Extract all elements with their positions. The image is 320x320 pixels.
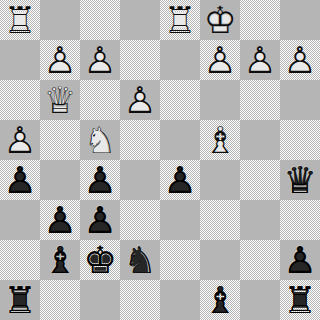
piece-white-pawn-a2[interactable]: ♟♙	[280, 40, 320, 80]
black-knight-outline-glyph: ♘	[120, 240, 160, 280]
square-h5[interactable]: ♟♙	[0, 160, 40, 200]
square-a6[interactable]	[280, 200, 320, 240]
square-e1[interactable]	[120, 0, 160, 40]
piece-white-pawn-g2[interactable]: ♟♙	[40, 40, 80, 80]
piece-white-king-c1[interactable]: ♚♔	[200, 0, 240, 40]
white-knight-fill-glyph: ♞	[80, 120, 120, 160]
square-g7[interactable]: ♝♗	[40, 240, 80, 280]
white-pawn-fill-glyph: ♟	[200, 40, 240, 80]
black-pawn-fill-glyph: ♟	[280, 240, 320, 280]
black-pawn-fill-glyph: ♟	[80, 160, 120, 200]
square-c4[interactable]: ♝♗	[200, 120, 240, 160]
square-h8[interactable]: ♜♖	[0, 280, 40, 320]
white-bishop-outline-glyph: ♗	[200, 120, 240, 160]
square-f2[interactable]: ♟♙	[80, 40, 120, 80]
white-knight-outline-glyph: ♘	[80, 120, 120, 160]
square-f1[interactable]	[80, 0, 120, 40]
square-c2[interactable]: ♟♙	[200, 40, 240, 80]
piece-white-queen-g3[interactable]: ♛♕	[40, 80, 80, 120]
white-rook-outline-glyph: ♖	[0, 0, 40, 40]
square-g6[interactable]: ♟♙	[40, 200, 80, 240]
square-f5[interactable]: ♟♙	[80, 160, 120, 200]
piece-black-pawn-f5[interactable]: ♟♙	[80, 160, 120, 200]
piece-black-pawn-h5[interactable]: ♟♙	[0, 160, 40, 200]
square-h3[interactable]	[0, 80, 40, 120]
square-a2[interactable]: ♟♙	[280, 40, 320, 80]
square-a5[interactable]: ♛♕	[280, 160, 320, 200]
piece-white-pawn-c2[interactable]: ♟♙	[200, 40, 240, 80]
square-c7[interactable]	[200, 240, 240, 280]
white-pawn-fill-glyph: ♟	[0, 120, 40, 160]
square-h2[interactable]	[0, 40, 40, 80]
piece-white-knight-f4[interactable]: ♞♘	[80, 120, 120, 160]
black-bishop-fill-glyph: ♝	[40, 240, 80, 280]
white-pawn-fill-glyph: ♟	[80, 40, 120, 80]
black-king-fill-glyph: ♚	[80, 240, 120, 280]
piece-white-pawn-e3[interactable]: ♟♙	[120, 80, 160, 120]
square-e3[interactable]: ♟♙	[120, 80, 160, 120]
piece-black-king-f7[interactable]: ♚♔	[80, 240, 120, 280]
square-e5[interactable]	[120, 160, 160, 200]
square-a1[interactable]	[280, 0, 320, 40]
square-g5[interactable]	[40, 160, 80, 200]
white-rook-outline-glyph: ♖	[160, 0, 200, 40]
white-rook-fill-glyph: ♜	[160, 0, 200, 40]
white-pawn-outline-glyph: ♙	[0, 120, 40, 160]
square-b3[interactable]	[240, 80, 280, 120]
piece-black-pawn-f6[interactable]: ♟♙	[80, 200, 120, 240]
square-h7[interactable]	[0, 240, 40, 280]
square-g3[interactable]: ♛♕	[40, 80, 80, 120]
black-queen-fill-glyph: ♛	[280, 160, 320, 200]
white-king-fill-glyph: ♚	[200, 0, 240, 40]
black-king-outline-glyph: ♔	[80, 240, 120, 280]
white-pawn-outline-glyph: ♙	[80, 40, 120, 80]
square-f3[interactable]	[80, 80, 120, 120]
white-pawn-outline-glyph: ♙	[40, 40, 80, 80]
square-b7[interactable]	[240, 240, 280, 280]
black-pawn-outline-glyph: ♙	[80, 160, 120, 200]
square-b6[interactable]	[240, 200, 280, 240]
square-b2[interactable]: ♟♙	[240, 40, 280, 80]
piece-white-rook-d1[interactable]: ♜♖	[160, 0, 200, 40]
square-b5[interactable]	[240, 160, 280, 200]
square-b1[interactable]	[240, 0, 280, 40]
piece-black-pawn-d5[interactable]: ♟♙	[160, 160, 200, 200]
piece-black-pawn-g6[interactable]: ♟♙	[40, 200, 80, 240]
white-pawn-outline-glyph: ♙	[120, 80, 160, 120]
white-queen-fill-glyph: ♛	[40, 80, 80, 120]
piece-black-pawn-a7[interactable]: ♟♙	[280, 240, 320, 280]
piece-black-bishop-g7[interactable]: ♝♗	[40, 240, 80, 280]
square-d1[interactable]: ♜♖	[160, 0, 200, 40]
black-knight-fill-glyph: ♞	[120, 240, 160, 280]
square-b4[interactable]	[240, 120, 280, 160]
piece-black-bishop-c8[interactable]: ♝♗	[200, 280, 240, 320]
square-f8[interactable]	[80, 280, 120, 320]
black-bishop-fill-glyph: ♝	[200, 280, 240, 320]
square-a7[interactable]: ♟♙	[280, 240, 320, 280]
white-pawn-fill-glyph: ♟	[240, 40, 280, 80]
square-g4[interactable]	[40, 120, 80, 160]
square-d8[interactable]	[160, 280, 200, 320]
square-e8[interactable]	[120, 280, 160, 320]
piece-black-queen-a5[interactable]: ♛♕	[280, 160, 320, 200]
piece-white-rook-h1[interactable]: ♜♖	[0, 0, 40, 40]
square-g8[interactable]	[40, 280, 80, 320]
square-f4[interactable]: ♞♘	[80, 120, 120, 160]
white-king-outline-glyph: ♔	[200, 0, 240, 40]
black-pawn-outline-glyph: ♙	[40, 200, 80, 240]
square-g2[interactable]: ♟♙	[40, 40, 80, 80]
black-bishop-outline-glyph: ♗	[200, 280, 240, 320]
square-c6[interactable]	[200, 200, 240, 240]
square-e4[interactable]	[120, 120, 160, 160]
black-rook-fill-glyph: ♜	[280, 280, 320, 320]
square-a3[interactable]	[280, 80, 320, 120]
black-queen-outline-glyph: ♕	[280, 160, 320, 200]
black-pawn-fill-glyph: ♟	[80, 200, 120, 240]
square-e7[interactable]: ♞♘	[120, 240, 160, 280]
white-pawn-outline-glyph: ♙	[200, 40, 240, 80]
piece-white-pawn-f2[interactable]: ♟♙	[80, 40, 120, 80]
black-bishop-outline-glyph: ♗	[40, 240, 80, 280]
square-d2[interactable]	[160, 40, 200, 80]
square-c1[interactable]: ♚♔	[200, 0, 240, 40]
white-pawn-fill-glyph: ♟	[40, 40, 80, 80]
piece-black-knight-e7[interactable]: ♞♘	[120, 240, 160, 280]
black-pawn-fill-glyph: ♟	[0, 160, 40, 200]
piece-white-pawn-b2[interactable]: ♟♙	[240, 40, 280, 80]
square-c5[interactable]	[200, 160, 240, 200]
black-pawn-fill-glyph: ♟	[40, 200, 80, 240]
square-f6[interactable]: ♟♙	[80, 200, 120, 240]
square-d5[interactable]: ♟♙	[160, 160, 200, 200]
white-pawn-fill-glyph: ♟	[280, 40, 320, 80]
white-queen-outline-glyph: ♕	[40, 80, 80, 120]
square-d4[interactable]	[160, 120, 200, 160]
black-pawn-fill-glyph: ♟	[160, 160, 200, 200]
black-rook-outline-glyph: ♖	[0, 280, 40, 320]
white-bishop-fill-glyph: ♝	[200, 120, 240, 160]
piece-black-rook-a8[interactable]: ♜♖	[280, 280, 320, 320]
black-pawn-outline-glyph: ♙	[80, 200, 120, 240]
square-a4[interactable]	[280, 120, 320, 160]
square-g1[interactable]	[40, 0, 80, 40]
chess-board: ♜♖♜♖♚♔♟♙♟♙♟♙♟♙♟♙♛♕♟♙♟♙♞♘♝♗♟♙♟♙♟♙♛♕♟♙♟♙♝♗…	[0, 0, 320, 320]
black-rook-outline-glyph: ♖	[280, 280, 320, 320]
square-e6[interactable]	[120, 200, 160, 240]
square-h6[interactable]	[0, 200, 40, 240]
piece-black-rook-h8[interactable]: ♜♖	[0, 280, 40, 320]
square-d6[interactable]	[160, 200, 200, 240]
square-b8[interactable]	[240, 280, 280, 320]
square-h1[interactable]: ♜♖	[0, 0, 40, 40]
square-a8[interactable]: ♜♖	[280, 280, 320, 320]
piece-white-pawn-h4[interactable]: ♟♙	[0, 120, 40, 160]
black-pawn-outline-glyph: ♙	[280, 240, 320, 280]
square-c3[interactable]	[200, 80, 240, 120]
black-pawn-outline-glyph: ♙	[160, 160, 200, 200]
square-f7[interactable]: ♚♔	[80, 240, 120, 280]
white-pawn-outline-glyph: ♙	[280, 40, 320, 80]
piece-white-bishop-c4[interactable]: ♝♗	[200, 120, 240, 160]
square-d7[interactable]	[160, 240, 200, 280]
square-c8[interactable]: ♝♗	[200, 280, 240, 320]
black-pawn-outline-glyph: ♙	[0, 160, 40, 200]
black-rook-fill-glyph: ♜	[0, 280, 40, 320]
white-rook-fill-glyph: ♜	[0, 0, 40, 40]
square-h4[interactable]: ♟♙	[0, 120, 40, 160]
square-d3[interactable]	[160, 80, 200, 120]
white-pawn-outline-glyph: ♙	[240, 40, 280, 80]
square-e2[interactable]	[120, 40, 160, 80]
white-pawn-fill-glyph: ♟	[120, 80, 160, 120]
